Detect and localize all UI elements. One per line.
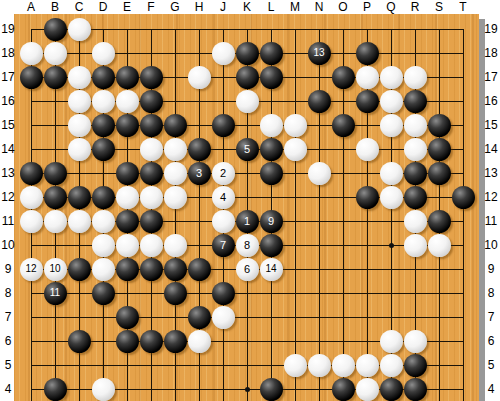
stone-F15[interactable]	[140, 114, 163, 137]
move-12-stone-A9[interactable]: 12	[20, 258, 43, 281]
stone-E9[interactable]	[116, 258, 139, 281]
col-label-R: R	[411, 1, 420, 13]
star-point-Q10	[389, 243, 394, 248]
stone-L15[interactable]	[260, 114, 283, 137]
stone-L17[interactable]	[260, 66, 283, 89]
col-label-P: P	[363, 1, 371, 13]
stone-L14[interactable]	[260, 138, 283, 161]
row-label-right-8: 8	[488, 287, 495, 299]
stone-A18[interactable]	[20, 42, 43, 65]
move-number-label: 9	[268, 216, 274, 227]
row-label-left-15: 15	[1, 119, 14, 131]
stone-O5[interactable]	[332, 354, 355, 377]
stone-G6[interactable]	[164, 330, 187, 353]
go-game-screenshot: 1353241978121061411 ABCDEFGHJKLMNOPQRST1…	[0, 0, 500, 401]
stone-B17[interactable]	[44, 66, 67, 89]
move-number-label: 2	[220, 168, 226, 179]
stone-D14[interactable]	[92, 138, 115, 161]
stone-C6[interactable]	[68, 330, 91, 353]
move-2-stone-J13[interactable]: 2	[212, 162, 235, 185]
row-label-left-10: 10	[1, 239, 14, 251]
row-label-left-11: 11	[2, 215, 14, 227]
stone-G8[interactable]	[164, 282, 187, 305]
stone-M15[interactable]	[284, 114, 307, 137]
stone-C15[interactable]	[68, 114, 91, 137]
col-label-D: D	[99, 1, 108, 13]
col-label-J: J	[220, 1, 226, 13]
stone-G13[interactable]	[164, 162, 187, 185]
row-label-left-18: 18	[1, 47, 14, 59]
stone-Q12[interactable]	[380, 186, 403, 209]
stone-S14[interactable]	[428, 138, 451, 161]
stone-R4[interactable]	[404, 378, 427, 401]
row-label-right-12: 12	[484, 191, 497, 203]
stone-C19[interactable]	[68, 18, 91, 41]
stone-P5[interactable]	[356, 354, 379, 377]
stone-B19[interactable]	[44, 18, 67, 41]
row-label-right-18: 18	[484, 47, 497, 59]
move-14-stone-L9[interactable]: 14	[260, 258, 283, 281]
stone-S15[interactable]	[428, 114, 451, 137]
move-8-stone-K10[interactable]: 8	[236, 234, 259, 257]
stone-G12[interactable]	[164, 186, 187, 209]
stone-D9[interactable]	[92, 258, 115, 281]
stone-D8[interactable]	[92, 282, 115, 305]
stone-G9[interactable]	[164, 258, 187, 281]
stone-D4[interactable]	[92, 378, 115, 401]
move-10-stone-B9[interactable]: 10	[44, 258, 67, 281]
stone-E17[interactable]	[116, 66, 139, 89]
stone-G15[interactable]	[164, 114, 187, 137]
move-number-label: 10	[49, 264, 60, 274]
col-label-K: K	[243, 1, 251, 13]
move-number-label: 14	[265, 264, 276, 274]
stone-H6[interactable]	[188, 330, 211, 353]
stone-L18[interactable]	[260, 42, 283, 65]
stone-N5[interactable]	[308, 354, 331, 377]
col-label-A: A	[27, 1, 35, 13]
stone-A12[interactable]	[20, 186, 43, 209]
stone-R15[interactable]	[404, 114, 427, 137]
move-1-stone-K11[interactable]: 1	[236, 210, 259, 233]
stone-F14[interactable]	[140, 138, 163, 161]
row-label-right-15: 15	[484, 119, 497, 131]
grid-line-v-M	[295, 29, 296, 401]
stone-Q16[interactable]	[380, 90, 403, 113]
move-number-label: 8	[244, 240, 250, 251]
stone-F6[interactable]	[140, 330, 163, 353]
stone-E11[interactable]	[116, 210, 139, 233]
move-number-label: 13	[313, 48, 324, 58]
move-number-label: 12	[25, 264, 36, 274]
stone-O17[interactable]	[332, 66, 355, 89]
stone-E12[interactable]	[116, 186, 139, 209]
stone-P17[interactable]	[356, 66, 379, 89]
stone-R12[interactable]	[404, 186, 427, 209]
stone-E16[interactable]	[116, 90, 139, 113]
star-point-K4	[245, 387, 250, 392]
stone-E10[interactable]	[116, 234, 139, 257]
stone-K17[interactable]	[236, 66, 259, 89]
row-label-left-4: 4	[5, 383, 12, 395]
row-label-left-5: 5	[5, 359, 12, 371]
col-label-F: F	[147, 1, 154, 13]
stone-H7[interactable]	[188, 306, 211, 329]
stone-R10[interactable]	[404, 234, 427, 257]
col-label-L: L	[268, 1, 275, 13]
stone-F17[interactable]	[140, 66, 163, 89]
stone-B4[interactable]	[44, 378, 67, 401]
stone-B18[interactable]	[44, 42, 67, 65]
stone-J8[interactable]	[212, 282, 235, 305]
row-label-left-9: 9	[5, 263, 12, 275]
stone-J15[interactable]	[212, 114, 235, 137]
stone-J7[interactable]	[212, 306, 235, 329]
stone-M14[interactable]	[284, 138, 307, 161]
stone-Q17[interactable]	[380, 66, 403, 89]
stone-L13[interactable]	[260, 162, 283, 185]
move-7-stone-J10[interactable]: 7	[212, 234, 235, 257]
stone-C17[interactable]	[68, 66, 91, 89]
stone-Q5[interactable]	[380, 354, 403, 377]
row-label-right-13: 13	[484, 167, 497, 179]
move-number-label: 7	[220, 240, 226, 251]
stone-F12[interactable]	[140, 186, 163, 209]
stone-H17[interactable]	[188, 66, 211, 89]
row-label-left-8: 8	[5, 287, 12, 299]
grid-line-v-N	[319, 29, 320, 401]
row-label-right-9: 9	[488, 263, 495, 275]
stone-P4[interactable]	[356, 378, 379, 401]
stone-F10[interactable]	[140, 234, 163, 257]
row-label-left-16: 16	[1, 95, 14, 107]
stone-H14[interactable]	[188, 138, 211, 161]
stone-R13[interactable]	[404, 162, 427, 185]
stone-R14[interactable]	[404, 138, 427, 161]
stone-E13[interactable]	[116, 162, 139, 185]
col-label-M: M	[290, 1, 300, 13]
stone-N16[interactable]	[308, 90, 331, 113]
stone-G14[interactable]	[164, 138, 187, 161]
move-number-label: 11	[50, 288, 60, 298]
stone-D15[interactable]	[92, 114, 115, 137]
stone-S13[interactable]	[428, 162, 451, 185]
move-number-label: 3	[196, 168, 202, 179]
stone-C9[interactable]	[68, 258, 91, 281]
stone-S10[interactable]	[428, 234, 451, 257]
stone-Q15[interactable]	[380, 114, 403, 137]
grid-line-v-T	[463, 29, 464, 401]
stone-R11[interactable]	[404, 210, 427, 233]
stone-C14[interactable]	[68, 138, 91, 161]
row-label-right-4: 4	[488, 383, 495, 395]
move-6-stone-K9[interactable]: 6	[236, 258, 259, 281]
stone-G10[interactable]	[164, 234, 187, 257]
stone-P14[interactable]	[356, 138, 379, 161]
move-9-stone-L11[interactable]: 9	[260, 210, 283, 233]
stone-F9[interactable]	[140, 258, 163, 281]
col-label-E: E	[123, 1, 131, 13]
row-label-right-19: 19	[484, 23, 497, 35]
stone-A17[interactable]	[20, 66, 43, 89]
stone-F11[interactable]	[140, 210, 163, 233]
stone-J11[interactable]	[212, 210, 235, 233]
stone-Q13[interactable]	[380, 162, 403, 185]
stone-D10[interactable]	[92, 234, 115, 257]
stone-R5[interactable]	[404, 354, 427, 377]
row-label-left-6: 6	[5, 335, 12, 347]
row-label-right-7: 7	[488, 311, 495, 323]
col-label-S: S	[435, 1, 443, 13]
row-label-left-17: 17	[1, 71, 14, 83]
stone-E6[interactable]	[116, 330, 139, 353]
col-label-B: B	[51, 1, 59, 13]
row-label-right-5: 5	[488, 359, 495, 371]
col-label-O: O	[338, 1, 347, 13]
stone-J18[interactable]	[212, 42, 235, 65]
move-number-label: 4	[220, 192, 226, 203]
stone-E15[interactable]	[116, 114, 139, 137]
row-label-right-16: 16	[484, 95, 497, 107]
row-label-right-14: 14	[484, 143, 497, 155]
move-number-label: 6	[244, 264, 250, 275]
move-13-stone-N18[interactable]: 13	[308, 42, 331, 65]
col-label-C: C	[75, 1, 84, 13]
row-label-right-17: 17	[484, 71, 497, 83]
stone-D16[interactable]	[92, 90, 115, 113]
stone-A13[interactable]	[20, 162, 43, 185]
stone-K16[interactable]	[236, 90, 259, 113]
stone-B12[interactable]	[44, 186, 67, 209]
stone-P18[interactable]	[356, 42, 379, 65]
stone-T12[interactable]	[452, 186, 475, 209]
stone-O15[interactable]	[332, 114, 355, 137]
stone-C11[interactable]	[68, 210, 91, 233]
row-label-left-19: 19	[1, 23, 14, 35]
stone-R16[interactable]	[404, 90, 427, 113]
stone-L10[interactable]	[260, 234, 283, 257]
col-label-T: T	[459, 1, 466, 13]
col-label-G: G	[170, 1, 179, 13]
stone-L4[interactable]	[260, 378, 283, 401]
col-label-H: H	[195, 1, 204, 13]
row-label-right-6: 6	[488, 335, 495, 347]
stone-B13[interactable]	[44, 162, 67, 185]
stone-D17[interactable]	[92, 66, 115, 89]
stone-P16[interactable]	[356, 90, 379, 113]
move-number-label: 5	[244, 144, 250, 155]
stone-S11[interactable]	[428, 210, 451, 233]
stone-C12[interactable]	[68, 186, 91, 209]
stone-Q4[interactable]	[380, 378, 403, 401]
stone-A11[interactable]	[20, 210, 43, 233]
row-label-left-13: 13	[1, 167, 14, 179]
move-3-stone-H13[interactable]: 3	[188, 162, 211, 185]
move-11-stone-B8[interactable]: 11	[44, 282, 67, 305]
stone-E7[interactable]	[116, 306, 139, 329]
stone-Q6[interactable]	[380, 330, 403, 353]
move-number-label: 1	[244, 216, 250, 227]
stone-H9[interactable]	[188, 258, 211, 281]
col-label-N: N	[315, 1, 324, 13]
stone-F13[interactable]	[140, 162, 163, 185]
col-label-Q: Q	[386, 1, 395, 13]
stone-C16[interactable]	[68, 90, 91, 113]
row-label-right-11: 11	[485, 215, 497, 227]
stone-B11[interactable]	[44, 210, 67, 233]
stone-N13[interactable]	[308, 162, 331, 185]
stone-F16[interactable]	[140, 90, 163, 113]
stone-D11[interactable]	[92, 210, 115, 233]
grid-line-h-19	[31, 29, 464, 30]
stone-D12[interactable]	[92, 186, 115, 209]
row-label-left-7: 7	[5, 311, 12, 323]
stone-D18[interactable]	[92, 42, 115, 65]
move-4-stone-J12[interactable]: 4	[212, 186, 235, 209]
stone-R6[interactable]	[404, 330, 427, 353]
row-label-left-12: 12	[1, 191, 14, 203]
row-label-left-14: 14	[1, 143, 14, 155]
stone-R17[interactable]	[404, 66, 427, 89]
move-5-stone-K14[interactable]: 5	[236, 138, 259, 161]
stone-O4[interactable]	[332, 378, 355, 401]
stone-P12[interactable]	[356, 186, 379, 209]
grid-line-h-7	[31, 317, 464, 318]
stone-K18[interactable]	[236, 42, 259, 65]
stone-M5[interactable]	[284, 354, 307, 377]
row-label-right-10: 10	[484, 239, 497, 251]
